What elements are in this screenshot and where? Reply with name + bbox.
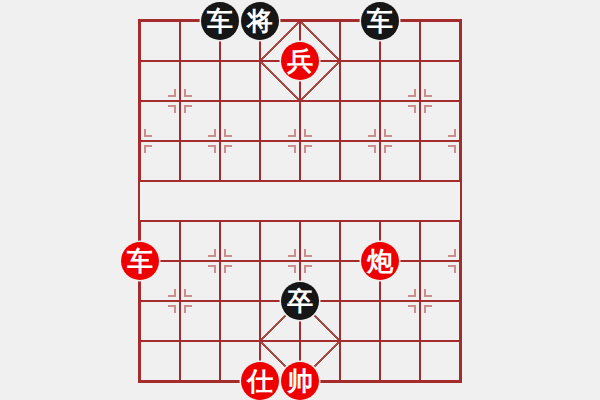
river-cell	[420, 181, 460, 221]
marker-bracket	[448, 265, 456, 273]
marker-bracket	[208, 145, 216, 153]
marker-bracket	[448, 145, 456, 153]
marker-bracket	[304, 249, 312, 257]
board-cell	[340, 341, 380, 381]
marker-bracket	[408, 305, 416, 313]
marker-bracket	[288, 145, 296, 153]
river-cell	[140, 181, 180, 221]
marker-bracket	[408, 89, 416, 97]
marker-bracket	[208, 265, 216, 273]
marker-bracket	[224, 129, 232, 137]
marker-bracket	[224, 249, 232, 257]
marker-bracket	[424, 89, 432, 97]
marker-bracket	[224, 145, 232, 153]
board-cell	[340, 61, 380, 101]
marker-bracket	[288, 129, 296, 137]
board-cell	[140, 341, 180, 381]
piece-black-chariot-right[interactable]: 车	[361, 2, 399, 40]
xiangqi-board: 车将车兵车炮卒仕帅	[138, 19, 462, 383]
marker-bracket	[224, 265, 232, 273]
board-cell	[140, 21, 180, 61]
piece-red-advisor[interactable]: 仕	[241, 362, 279, 400]
marker-bracket	[184, 89, 192, 97]
board-cell	[420, 21, 460, 61]
marker-bracket	[168, 305, 176, 313]
marker-bracket	[144, 129, 152, 137]
marker-bracket	[304, 265, 312, 273]
marker-bracket	[408, 105, 416, 113]
marker-bracket	[424, 289, 432, 297]
marker-bracket	[184, 105, 192, 113]
marker-bracket	[168, 289, 176, 297]
river-cell	[180, 181, 220, 221]
marker-bracket	[288, 265, 296, 273]
piece-red-chariot[interactable]: 车	[121, 242, 159, 280]
board-cell	[220, 301, 260, 341]
marker-bracket	[424, 105, 432, 113]
board-cell	[380, 341, 420, 381]
river-cell	[340, 181, 380, 221]
marker-bracket	[384, 145, 392, 153]
marker-bracket	[304, 145, 312, 153]
piece-red-general[interactable]: 帅	[281, 362, 319, 400]
marker-bracket	[448, 129, 456, 137]
marker-bracket	[144, 145, 152, 153]
marker-bracket	[208, 129, 216, 137]
xiangqi-screenshot: 车将车兵车炮卒仕帅	[0, 0, 600, 400]
marker-bracket	[384, 129, 392, 137]
piece-black-soldier[interactable]: 卒	[281, 282, 319, 320]
marker-bracket	[448, 249, 456, 257]
marker-bracket	[208, 249, 216, 257]
marker-bracket	[304, 129, 312, 137]
marker-bracket	[184, 305, 192, 313]
piece-red-soldier[interactable]: 兵	[281, 42, 319, 80]
piece-black-general[interactable]: 将	[241, 2, 279, 40]
board-cell	[220, 61, 260, 101]
marker-bracket	[368, 129, 376, 137]
board-cell	[180, 341, 220, 381]
marker-bracket	[288, 249, 296, 257]
marker-bracket	[408, 289, 416, 297]
marker-bracket	[424, 305, 432, 313]
board-cell	[420, 341, 460, 381]
board-cell	[340, 301, 380, 341]
piece-black-chariot-left[interactable]: 车	[201, 2, 239, 40]
river-cell	[380, 181, 420, 221]
marker-bracket	[168, 105, 176, 113]
marker-bracket	[168, 89, 176, 97]
piece-red-cannon[interactable]: 炮	[361, 242, 399, 280]
board-grid: 车将车兵车炮卒仕帅	[138, 19, 462, 383]
river-cell	[300, 181, 340, 221]
marker-bracket	[368, 145, 376, 153]
river-cell	[260, 181, 300, 221]
marker-bracket	[184, 289, 192, 297]
river-cell	[220, 181, 260, 221]
